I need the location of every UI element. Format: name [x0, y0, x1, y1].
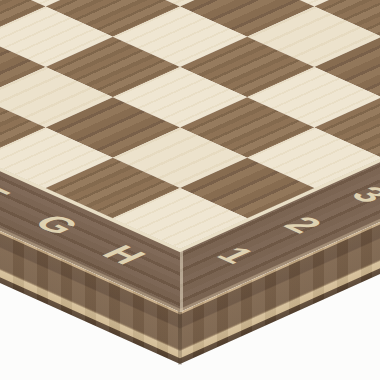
- chessboard-product-photo: ABCDEFGH 12345678: [0, 0, 380, 380]
- frame-miter-seam: [180, 248, 183, 312]
- board-corner-seam: [178, 311, 182, 365]
